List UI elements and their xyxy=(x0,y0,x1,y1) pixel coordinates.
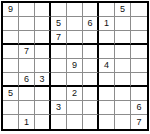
cell-r3c9[interactable] xyxy=(131,31,147,45)
cell-r1c5[interactable] xyxy=(67,3,83,17)
cell-r8c3[interactable] xyxy=(35,101,51,115)
cell-r3c3[interactable] xyxy=(35,31,51,45)
cell-r9c3[interactable] xyxy=(35,115,51,129)
cell-r9c1[interactable] xyxy=(3,115,19,129)
cell-r4c6[interactable] xyxy=(83,45,99,59)
cell-r3c5[interactable] xyxy=(67,31,83,45)
cell-r7c9[interactable] xyxy=(131,87,147,101)
cell-r3c1[interactable] xyxy=(3,31,19,45)
cell-r9c2[interactable]: 1 xyxy=(19,115,35,129)
cell-r6c3[interactable]: 3 xyxy=(35,73,51,87)
cell-r9c4[interactable] xyxy=(51,115,67,129)
cell-r1c7[interactable] xyxy=(99,3,115,17)
cell-r3c2[interactable] xyxy=(19,31,35,45)
sudoku-board: 95561779463523617 xyxy=(1,1,149,131)
cell-r5c1[interactable] xyxy=(3,59,19,73)
cell-r6c1[interactable] xyxy=(3,73,19,87)
cell-r6c9[interactable] xyxy=(131,73,147,87)
cell-r7c1[interactable]: 5 xyxy=(3,87,19,101)
cell-r4c1[interactable] xyxy=(3,45,19,59)
cell-r2c6[interactable]: 6 xyxy=(83,17,99,31)
cell-r5c9[interactable] xyxy=(131,59,147,73)
sudoku-page: 95561779463523617 xyxy=(0,0,150,131)
cell-r4c8[interactable] xyxy=(115,45,131,59)
cell-r5c7[interactable]: 4 xyxy=(99,59,115,73)
cell-r6c4[interactable] xyxy=(51,73,67,87)
cell-r9c6[interactable] xyxy=(83,115,99,129)
cell-r6c8[interactable] xyxy=(115,73,131,87)
cell-r4c4[interactable] xyxy=(51,45,67,59)
cell-r6c2[interactable]: 6 xyxy=(19,73,35,87)
cell-r5c6[interactable] xyxy=(83,59,99,73)
cell-r7c4[interactable] xyxy=(51,87,67,101)
cell-r3c7[interactable] xyxy=(99,31,115,45)
cell-r2c8[interactable] xyxy=(115,17,131,31)
cell-r2c7[interactable]: 1 xyxy=(99,17,115,31)
cell-r4c7[interactable] xyxy=(99,45,115,59)
cell-r2c4[interactable]: 5 xyxy=(51,17,67,31)
cell-r2c2[interactable] xyxy=(19,17,35,31)
cell-r8c8[interactable] xyxy=(115,101,131,115)
cell-r3c6[interactable] xyxy=(83,31,99,45)
cell-r3c4[interactable]: 7 xyxy=(51,31,67,45)
cell-r4c5[interactable] xyxy=(67,45,83,59)
cell-r1c9[interactable] xyxy=(131,3,147,17)
cell-r1c6[interactable] xyxy=(83,3,99,17)
cell-r8c9[interactable]: 6 xyxy=(131,101,147,115)
cell-r1c4[interactable] xyxy=(51,3,67,17)
cell-r4c3[interactable] xyxy=(35,45,51,59)
cell-r6c5[interactable] xyxy=(67,73,83,87)
cell-r7c6[interactable] xyxy=(83,87,99,101)
cell-r3c8[interactable] xyxy=(115,31,131,45)
cell-r4c9[interactable] xyxy=(131,45,147,59)
cell-r1c2[interactable] xyxy=(19,3,35,17)
cell-r8c6[interactable] xyxy=(83,101,99,115)
cell-r7c3[interactable] xyxy=(35,87,51,101)
cell-r9c7[interactable] xyxy=(99,115,115,129)
cell-r6c7[interactable] xyxy=(99,73,115,87)
cell-r8c4[interactable]: 3 xyxy=(51,101,67,115)
cell-r7c7[interactable] xyxy=(99,87,115,101)
cell-r8c1[interactable] xyxy=(3,101,19,115)
cell-r1c1[interactable]: 9 xyxy=(3,3,19,17)
cell-r2c1[interactable] xyxy=(3,17,19,31)
cell-r5c3[interactable] xyxy=(35,59,51,73)
cell-r1c3[interactable] xyxy=(35,3,51,17)
cell-r5c5[interactable]: 9 xyxy=(67,59,83,73)
cell-r7c8[interactable] xyxy=(115,87,131,101)
cell-r8c7[interactable] xyxy=(99,101,115,115)
cell-r1c8[interactable]: 5 xyxy=(115,3,131,17)
cell-r2c9[interactable] xyxy=(131,17,147,31)
cell-r8c2[interactable] xyxy=(19,101,35,115)
cell-r5c8[interactable] xyxy=(115,59,131,73)
cell-r4c2[interactable]: 7 xyxy=(19,45,35,59)
cell-r5c2[interactable] xyxy=(19,59,35,73)
cell-r5c4[interactable] xyxy=(51,59,67,73)
cell-r2c3[interactable] xyxy=(35,17,51,31)
cell-r7c2[interactable] xyxy=(19,87,35,101)
cell-r9c8[interactable] xyxy=(115,115,131,129)
cell-r7c5[interactable]: 2 xyxy=(67,87,83,101)
cell-r8c5[interactable] xyxy=(67,101,83,115)
cell-r2c5[interactable] xyxy=(67,17,83,31)
cell-r6c6[interactable] xyxy=(83,73,99,87)
cell-r9c5[interactable] xyxy=(67,115,83,129)
cell-r9c9[interactable]: 7 xyxy=(131,115,147,129)
